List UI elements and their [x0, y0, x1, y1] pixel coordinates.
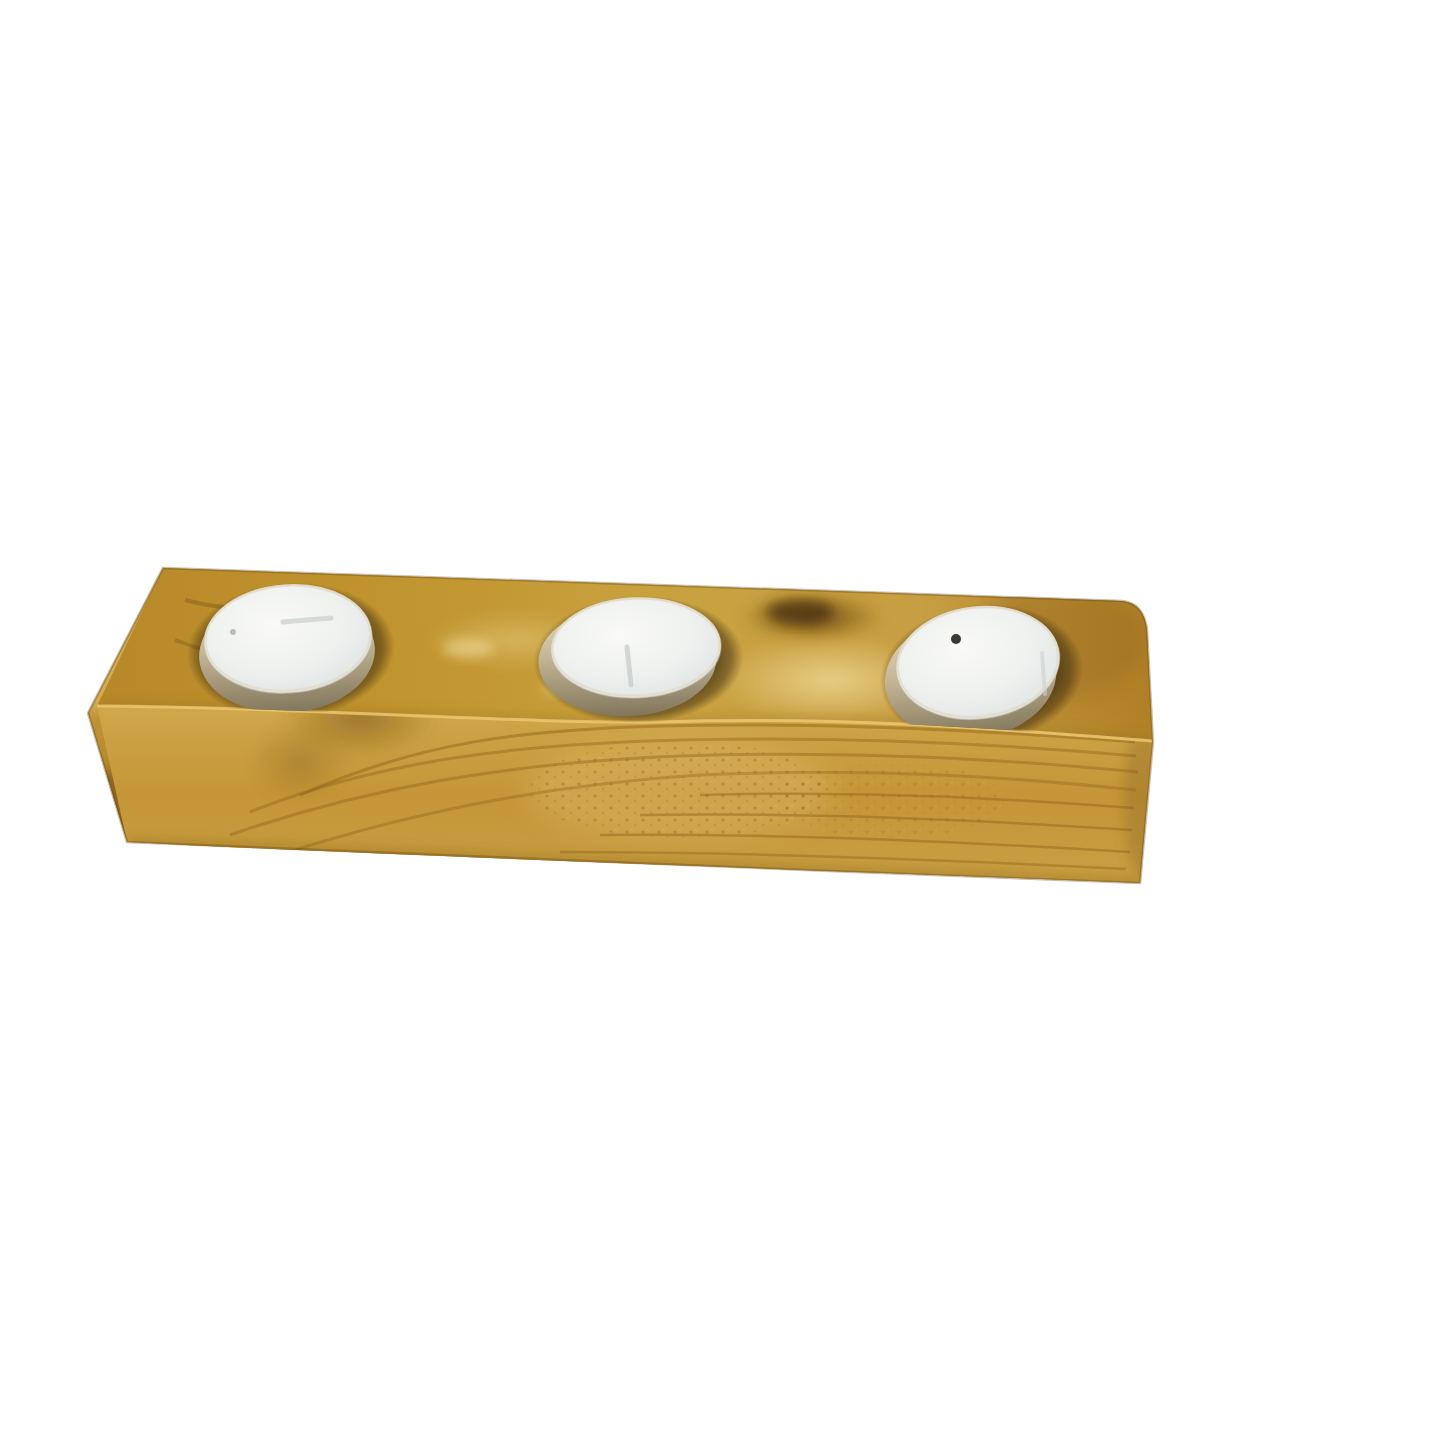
product-photo [0, 0, 1445, 1445]
photo-stage [0, 0, 1445, 1445]
candle-wick-dot [230, 629, 236, 635]
candle-wick-dot [951, 634, 961, 644]
